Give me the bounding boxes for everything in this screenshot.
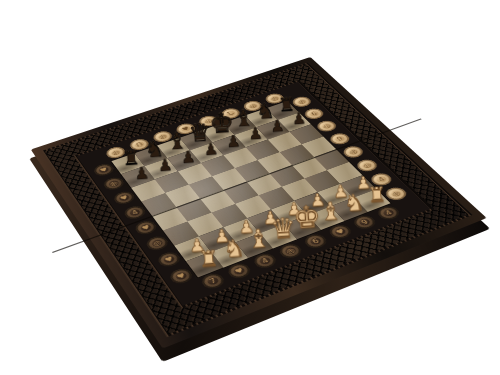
disc-carving: 4	[131, 209, 140, 216]
disc-carving: ◎	[285, 247, 297, 255]
disc-carving: ♥	[163, 255, 174, 263]
disc-carving: ♥	[334, 228, 346, 236]
disc-carving: ◎	[322, 123, 332, 129]
chess-backgammon-board: ◎Ո◎♥◎Ն◎◎ ♥◎♥4♥◎♥♥ ♜♞♝♛♚♝♞♜♟♟♟♟♟♟♟♟♟♟♟♟♟♟…	[31, 57, 487, 349]
board-outer-band: ◎Ո◎♥◎Ն◎◎ ♥◎♥4♥◎♥♥ ♜♞♝♛♚♝♞♜♟♟♟♟♟♟♟♟♟♟♟♟♟♟…	[31, 57, 487, 349]
disc-carving: ♥	[140, 224, 151, 232]
black-pawn-glyph: ♟	[120, 164, 163, 183]
disc-carving: ◎	[362, 162, 373, 169]
disc-carving: ◎	[109, 180, 119, 187]
disc-carving: 4	[260, 257, 270, 264]
disc-carving: 6	[311, 238, 321, 245]
checker-disc-dark: ♥	[326, 223, 354, 241]
checker-disc-dark: 7	[199, 271, 227, 291]
square-a1: ♜	[186, 252, 223, 278]
disc-carving: ◎	[152, 239, 163, 247]
disc-carving: ♥	[175, 272, 187, 280]
field-middle: ♥◎♥4♥◎♥♥ ♜♞♝♛♚♝♞♜♟♟♟♟♟♟♟♟♟♟♟♟♟♟♟♟♜♞♝♛♚♝♞…	[89, 94, 411, 287]
carved-lattice-frame: ◎Ո◎♥◎Ն◎◎ ♥◎♥4♥◎♥♥ ♜♞♝♛♚♝♞♜♟♟♟♟♟♟♟♟♟♟♟♟♟♟…	[45, 64, 468, 334]
checker-disc-light: 9	[327, 131, 352, 146]
square-a7: ♟	[121, 166, 155, 188]
white-rook-glyph: ♜	[185, 247, 232, 272]
checker-disc-dark: ♥	[112, 190, 137, 207]
disc-carving: 9	[360, 219, 370, 226]
photo-stage: ◎Ո◎♥◎Ն◎◎ ♥◎♥4♥◎♥♥ ♜♞♝♛♚♝♞♜♟♟♟♟♟♟♟♟♟♟♟♟♟♟…	[0, 0, 500, 375]
beaded-trim-outer: ◎Ո◎♥◎Ն◎◎ ♥◎♥4♥◎♥♥ ♜♞♝♛♚♝♞♜♟♟♟♟♟♟♟♟♟♟♟♟♟♟…	[41, 63, 472, 338]
disc-carving: 7	[208, 277, 218, 285]
disc-carving: ♥	[99, 166, 109, 173]
disc-carving: ◎	[348, 149, 359, 156]
disc-carving: 4	[384, 210, 394, 217]
beaded-trim-inner: ◎Ո◎♥◎Ն◎◎ ♥◎♥4♥◎♥♥ ♜♞♝♛♚♝♞♜♟♟♟♟♟♟♟♟♟♟♟♟♟♟…	[73, 80, 434, 309]
disc-carving: ♥	[119, 194, 130, 201]
disc-carving: ♥	[233, 267, 245, 275]
disc-carving: 9	[335, 136, 344, 142]
